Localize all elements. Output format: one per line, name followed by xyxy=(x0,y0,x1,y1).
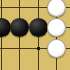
white-stone[interactable] xyxy=(47,39,66,58)
white-stone[interactable] xyxy=(47,0,66,17)
star-point xyxy=(37,47,40,50)
go-board[interactable] xyxy=(0,0,70,70)
black-stone[interactable] xyxy=(29,18,48,37)
black-stone[interactable] xyxy=(0,18,11,37)
white-stone[interactable] xyxy=(47,18,66,37)
black-stone[interactable] xyxy=(10,18,29,37)
